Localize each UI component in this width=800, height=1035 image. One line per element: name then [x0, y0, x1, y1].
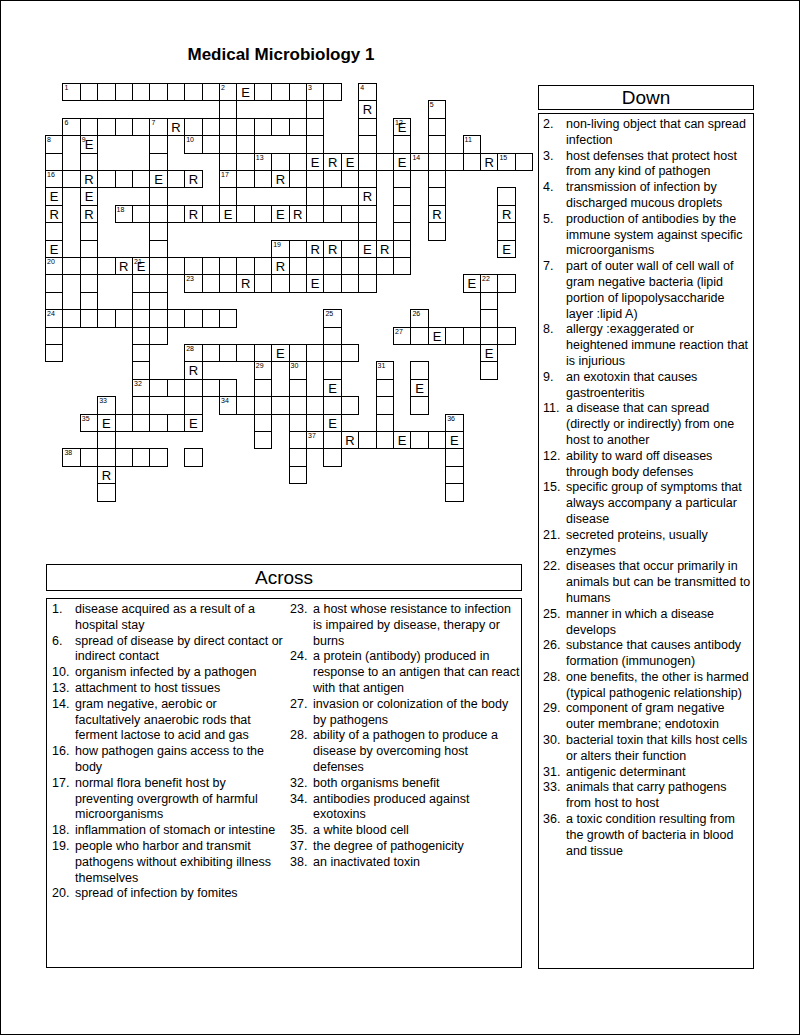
grid-cell[interactable]: 35	[80, 414, 98, 432]
grid-cell[interactable]	[132, 118, 150, 136]
grid-cell[interactable]	[115, 414, 133, 432]
grid-cell[interactable]	[341, 170, 359, 188]
grid-cell[interactable]	[306, 344, 324, 362]
grid-cell[interactable]	[219, 118, 237, 136]
grid-cell[interactable]: 38	[62, 448, 80, 466]
cell-letter: E	[411, 380, 427, 396]
grid-cell[interactable]: 22	[480, 274, 498, 292]
grid-cell[interactable]: R	[184, 170, 202, 188]
grid-cell[interactable]	[149, 448, 167, 466]
grid-cell[interactable]	[97, 431, 115, 449]
grid-cell[interactable]	[497, 187, 515, 205]
grid-cell[interactable]	[428, 187, 446, 205]
grid-cell[interactable]	[132, 414, 150, 432]
grid-cell[interactable]	[236, 344, 254, 362]
grid-cell[interactable]	[115, 448, 133, 466]
grid-cell[interactable]	[428, 222, 446, 240]
grid-cell[interactable]: 2	[219, 83, 237, 101]
grid-cell[interactable]	[410, 361, 428, 379]
grid-cell[interactable]: 36	[445, 414, 463, 432]
grid-cell[interactable]: R	[271, 257, 289, 275]
grid-cell[interactable]	[149, 205, 167, 223]
grid-cell[interactable]	[149, 187, 167, 205]
grid-cell[interactable]: E	[393, 431, 411, 449]
grid-cell[interactable]	[236, 257, 254, 275]
grid-cell[interactable]	[115, 170, 133, 188]
grid-cell[interactable]: E	[393, 153, 411, 171]
grid-cell[interactable]: E	[358, 240, 376, 258]
grid-cell[interactable]: R	[184, 361, 202, 379]
grid-cell[interactable]	[202, 309, 220, 327]
grid-cell[interactable]	[236, 205, 254, 223]
grid-cell[interactable]	[463, 153, 481, 171]
grid-cell[interactable]	[219, 187, 237, 205]
grid-cell[interactable]	[80, 153, 98, 171]
grid-cell[interactable]	[480, 292, 498, 310]
cell-letter: R	[429, 206, 445, 222]
grid-cell[interactable]	[149, 135, 167, 153]
grid-cell[interactable]	[149, 240, 167, 258]
grid-cell[interactable]: E	[463, 274, 481, 292]
grid-cell[interactable]: E	[323, 414, 341, 432]
grid-cell[interactable]	[97, 118, 115, 136]
grid-cell[interactable]	[445, 448, 463, 466]
grid-cell[interactable]	[80, 240, 98, 258]
grid-cell[interactable]	[132, 83, 150, 101]
grid-cell[interactable]	[289, 379, 307, 397]
grid-cell[interactable]: R	[97, 466, 115, 484]
grid-cell[interactable]	[393, 205, 411, 223]
clue-text: an exotoxin that causes gastroenteritis	[566, 370, 751, 402]
grid-cell[interactable]	[497, 222, 515, 240]
grid-cell[interactable]: 26	[410, 309, 428, 327]
grid-cell[interactable]	[341, 344, 359, 362]
grid-cell[interactable]	[358, 118, 376, 136]
grid-cell[interactable]	[323, 274, 341, 292]
grid-cell[interactable]	[184, 118, 202, 136]
grid-cell[interactable]	[323, 396, 341, 414]
grid-cell[interactable]: E9	[80, 135, 98, 153]
grid-cell[interactable]	[132, 448, 150, 466]
cell-letter: E	[446, 432, 462, 448]
grid-cell[interactable]	[358, 222, 376, 240]
grid-cell[interactable]: E	[236, 83, 254, 101]
grid-cell[interactable]	[132, 361, 150, 379]
grid-cell[interactable]: 6	[62, 118, 80, 136]
grid-cell[interactable]: 1	[62, 83, 80, 101]
grid-cell[interactable]: 18	[115, 205, 133, 223]
grid-cell[interactable]	[271, 274, 289, 292]
grid-cell[interactable]: 37	[306, 431, 324, 449]
grid-cell[interactable]	[132, 327, 150, 345]
grid-cell[interactable]	[219, 257, 237, 275]
grid-cell[interactable]: R	[271, 170, 289, 188]
grid-cell[interactable]	[341, 240, 359, 258]
grid-cell[interactable]	[167, 379, 185, 397]
grid-cell[interactable]	[202, 135, 220, 153]
grid-cell[interactable]	[219, 274, 237, 292]
grid-cell[interactable]	[323, 170, 341, 188]
grid-cell[interactable]	[323, 205, 341, 223]
grid-cell[interactable]: R	[497, 205, 515, 223]
grid-cell[interactable]: E	[410, 379, 428, 397]
grid-cell[interactable]	[149, 292, 167, 310]
grid-cell[interactable]: E	[480, 344, 498, 362]
grid-cell[interactable]	[289, 448, 307, 466]
grid-cell[interactable]	[289, 344, 307, 362]
grid-cell[interactable]: E	[497, 240, 515, 258]
grid-cell[interactable]	[323, 448, 341, 466]
grid-cell[interactable]	[97, 170, 115, 188]
grid-cell[interactable]: 32	[132, 379, 150, 397]
grid-cell[interactable]: R	[45, 205, 63, 223]
grid-cell[interactable]	[393, 257, 411, 275]
grid-cell[interactable]	[358, 170, 376, 188]
grid-cell[interactable]: E	[271, 344, 289, 362]
grid-cell[interactable]	[306, 396, 324, 414]
grid-cell[interactable]: 4	[358, 83, 376, 101]
grid-cell[interactable]	[306, 135, 324, 153]
grid-cell[interactable]	[202, 379, 220, 397]
grid-cell[interactable]	[115, 118, 133, 136]
grid-cell[interactable]	[184, 309, 202, 327]
grid-cell[interactable]	[149, 327, 167, 345]
grid-cell[interactable]	[254, 396, 272, 414]
across-clue: 16. how pathogen gains access to the bod…	[52, 744, 284, 776]
grid-cell[interactable]	[271, 83, 289, 101]
grid-cell[interactable]	[289, 170, 307, 188]
grid-cell[interactable]	[428, 153, 446, 171]
grid-cell[interactable]	[428, 170, 446, 188]
grid-cell[interactable]	[219, 153, 237, 171]
grid-cell[interactable]	[410, 396, 428, 414]
grid-cell[interactable]	[184, 379, 202, 397]
grid-cell[interactable]	[149, 309, 167, 327]
grid-cell[interactable]	[80, 309, 98, 327]
grid-cell[interactable]	[323, 344, 341, 362]
grid-cell[interactable]: 34	[219, 396, 237, 414]
grid-cell[interactable]	[236, 396, 254, 414]
grid-cell[interactable]: R	[80, 170, 98, 188]
grid-cell[interactable]	[115, 83, 133, 101]
grid-cell[interactable]	[341, 396, 359, 414]
grid-cell[interactable]	[306, 257, 324, 275]
grid-cell[interactable]: 28	[184, 344, 202, 362]
grid-cell[interactable]	[202, 257, 220, 275]
grid-cell[interactable]: R	[236, 274, 254, 292]
grid-cell[interactable]: E21	[132, 257, 150, 275]
grid-cell[interactable]	[306, 170, 324, 188]
grid-cell[interactable]	[62, 257, 80, 275]
grid-cell[interactable]	[497, 327, 515, 345]
grid-cell[interactable]	[202, 205, 220, 223]
grid-cell[interactable]	[341, 274, 359, 292]
grid-cell[interactable]: R	[184, 205, 202, 223]
grid-cell[interactable]	[80, 257, 98, 275]
grid-cell[interactable]	[97, 257, 115, 275]
grid-cell[interactable]	[358, 205, 376, 223]
grid-cell[interactable]	[463, 327, 481, 345]
grid-cell[interactable]	[202, 118, 220, 136]
grid-cell[interactable]	[341, 257, 359, 275]
grid-cell[interactable]	[80, 292, 98, 310]
grid-cell[interactable]	[149, 153, 167, 171]
grid-cell[interactable]	[254, 205, 272, 223]
grid-cell[interactable]	[132, 274, 150, 292]
grid-cell[interactable]	[202, 344, 220, 362]
grid-cell[interactable]	[219, 379, 237, 397]
grid-cell[interactable]	[306, 205, 324, 223]
grid-cell[interactable]	[289, 257, 307, 275]
grid-cell[interactable]: E	[306, 153, 324, 171]
grid-cell[interactable]	[219, 135, 237, 153]
grid-cell[interactable]	[219, 100, 237, 118]
grid-cell[interactable]	[167, 257, 185, 275]
grid-cell[interactable]: E	[445, 431, 463, 449]
grid-cell[interactable]: R	[376, 240, 394, 258]
grid-cell[interactable]: 3	[306, 83, 324, 101]
grid-cell[interactable]: E	[80, 187, 98, 205]
grid-cell[interactable]	[149, 379, 167, 397]
grid-cell[interactable]	[45, 292, 63, 310]
grid-cell[interactable]: 15	[497, 153, 515, 171]
grid-cell[interactable]	[393, 222, 411, 240]
grid-cell[interactable]	[254, 379, 272, 397]
grid-cell[interactable]	[132, 170, 150, 188]
grid-cell[interactable]	[132, 205, 150, 223]
grid-cell[interactable]	[80, 118, 98, 136]
grid-cell[interactable]	[45, 327, 63, 345]
grid-cell[interactable]: R	[341, 431, 359, 449]
grid-cell[interactable]	[497, 274, 515, 292]
grid-cell[interactable]	[45, 222, 63, 240]
grid-cell[interactable]	[480, 361, 498, 379]
grid-cell[interactable]: E	[45, 187, 63, 205]
grid-cell[interactable]: 30	[289, 361, 307, 379]
grid-cell[interactable]	[289, 431, 307, 449]
grid-cell[interactable]	[480, 327, 498, 345]
grid-cell[interactable]: E	[97, 414, 115, 432]
grid-cell[interactable]	[515, 153, 533, 171]
grid-cell[interactable]	[289, 153, 307, 171]
grid-cell[interactable]: E	[306, 274, 324, 292]
grid-cell[interactable]	[97, 448, 115, 466]
grid-cell[interactable]	[167, 83, 185, 101]
grid-cell[interactable]	[132, 396, 150, 414]
grid-cell[interactable]: E	[341, 153, 359, 171]
grid-cell[interactable]	[376, 431, 394, 449]
grid-cell[interactable]: 7	[149, 118, 167, 136]
grid-cell[interactable]	[80, 448, 98, 466]
grid-cell[interactable]	[428, 135, 446, 153]
grid-cell[interactable]	[271, 396, 289, 414]
clue-number: 8.	[543, 322, 566, 369]
grid-cell[interactable]	[323, 361, 341, 379]
grid-cell[interactable]	[149, 222, 167, 240]
grid-cell[interactable]	[271, 118, 289, 136]
grid-cell[interactable]: 19	[271, 240, 289, 258]
grid-cell[interactable]	[376, 414, 394, 432]
grid-cell[interactable]	[167, 414, 185, 432]
grid-cell[interactable]	[149, 257, 167, 275]
grid-cell[interactable]: R	[306, 240, 324, 258]
grid-cell[interactable]: 27	[393, 327, 411, 345]
grid-cell[interactable]	[323, 431, 341, 449]
grid-cell[interactable]	[445, 327, 463, 345]
grid-cell[interactable]	[376, 257, 394, 275]
grid-cell[interactable]	[410, 431, 428, 449]
grid-cell[interactable]	[289, 466, 307, 484]
grid-cell[interactable]	[445, 483, 463, 501]
grid-cell[interactable]	[132, 309, 150, 327]
grid-cell[interactable]	[236, 135, 254, 153]
grid-cell[interactable]	[306, 187, 324, 205]
grid-cell[interactable]	[271, 153, 289, 171]
grid-cell[interactable]	[167, 309, 185, 327]
grid-cell[interactable]	[97, 483, 115, 501]
grid-cell[interactable]: 25	[323, 309, 341, 327]
grid-cell[interactable]: R	[289, 205, 307, 223]
grid-cell[interactable]	[393, 187, 411, 205]
grid-cell[interactable]	[202, 274, 220, 292]
grid-cell[interactable]: 24	[45, 309, 63, 327]
grid-cell[interactable]	[45, 153, 63, 171]
grid-cell[interactable]	[149, 274, 167, 292]
grid-cell[interactable]	[376, 396, 394, 414]
grid-cell[interactable]: R	[358, 187, 376, 205]
grid-cell[interactable]	[358, 274, 376, 292]
grid-cell[interactable]: 11	[463, 135, 481, 153]
grid-cell[interactable]	[428, 118, 446, 136]
grid-cell[interactable]: 17	[219, 170, 237, 188]
grid-cell[interactable]	[149, 83, 167, 101]
grid-cell[interactable]	[306, 118, 324, 136]
grid-cell[interactable]	[410, 327, 428, 345]
grid-cell[interactable]: E	[323, 379, 341, 397]
grid-cell[interactable]: 5	[428, 100, 446, 118]
grid-cell[interactable]	[376, 379, 394, 397]
grid-cell[interactable]	[167, 170, 185, 188]
grid-cell[interactable]	[184, 257, 202, 275]
grid-cell[interactable]	[97, 83, 115, 101]
grid-cell[interactable]: R	[358, 100, 376, 118]
grid-cell[interactable]	[184, 396, 202, 414]
grid-cell[interactable]: 33	[97, 396, 115, 414]
grid-cell[interactable]: 10	[184, 135, 202, 153]
grid-cell[interactable]	[184, 83, 202, 101]
grid-cell[interactable]: 29	[254, 361, 272, 379]
grid-cell[interactable]	[289, 118, 307, 136]
grid-cell[interactable]	[445, 153, 463, 171]
grid-cell[interactable]	[254, 414, 272, 432]
grid-cell[interactable]	[289, 414, 307, 432]
grid-cell[interactable]: R	[428, 205, 446, 223]
grid-cell[interactable]	[236, 170, 254, 188]
grid-cell[interactable]: R	[80, 205, 98, 223]
grid-cell[interactable]: E	[149, 170, 167, 188]
grid-cell[interactable]	[306, 100, 324, 118]
grid-cell[interactable]	[97, 309, 115, 327]
grid-cell[interactable]	[254, 431, 272, 449]
grid-cell[interactable]	[202, 83, 220, 101]
grid-cell[interactable]: R	[323, 240, 341, 258]
grid-cell[interactable]	[358, 135, 376, 153]
grid-cell[interactable]	[62, 309, 80, 327]
grid-cell[interactable]	[254, 170, 272, 188]
grid-cell[interactable]: 13	[254, 153, 272, 171]
grid-cell[interactable]	[289, 396, 307, 414]
grid-cell[interactable]	[428, 431, 446, 449]
grid-cell[interactable]	[289, 274, 307, 292]
grid-cell[interactable]: R	[167, 118, 185, 136]
grid-cell[interactable]	[323, 257, 341, 275]
grid-cell[interactable]	[341, 205, 359, 223]
grid-cell[interactable]	[445, 466, 463, 484]
grid-cell[interactable]: 8	[45, 135, 63, 153]
grid-cell[interactable]	[254, 274, 272, 292]
grid-cell[interactable]: E	[219, 205, 237, 223]
grid-cell[interactable]	[289, 83, 307, 101]
grid-cell[interactable]: E	[45, 240, 63, 258]
grid-cell[interactable]	[80, 274, 98, 292]
grid-cell[interactable]: E12	[393, 118, 411, 136]
cell-letter: R	[377, 241, 393, 257]
grid-cell[interactable]	[149, 414, 167, 432]
grid-cell[interactable]	[393, 240, 411, 258]
grid-cell[interactable]	[80, 83, 98, 101]
grid-cell[interactable]: R	[115, 257, 133, 275]
grid-cell[interactable]	[254, 344, 272, 362]
grid-cell[interactable]: E	[271, 205, 289, 223]
grid-cell[interactable]	[45, 344, 63, 362]
grid-cell[interactable]	[480, 309, 498, 327]
grid-cell[interactable]: R	[480, 153, 498, 171]
grid-cell[interactable]: 16	[45, 170, 63, 188]
grid-cell[interactable]: E	[184, 414, 202, 432]
grid-cell[interactable]	[358, 153, 376, 171]
grid-cell[interactable]	[376, 153, 394, 171]
grid-cell[interactable]	[254, 83, 272, 101]
grid-cell[interactable]: 14	[410, 153, 428, 171]
grid-cell[interactable]	[393, 135, 411, 153]
grid-cell[interactable]	[132, 344, 150, 362]
grid-cell[interactable]: R	[323, 153, 341, 171]
grid-cell[interactable]	[115, 309, 133, 327]
grid-cell[interactable]: 31	[376, 361, 394, 379]
grid-cell[interactable]	[132, 292, 150, 310]
grid-cell[interactable]: E	[428, 327, 446, 345]
grid-cell[interactable]: 20	[45, 257, 63, 275]
grid-cell[interactable]	[236, 118, 254, 136]
grid-cell[interactable]: 23	[184, 274, 202, 292]
grid-cell[interactable]	[80, 222, 98, 240]
grid-cell[interactable]	[358, 257, 376, 275]
grid-cell[interactable]	[219, 309, 237, 327]
cell-letter: R	[116, 258, 132, 274]
grid-cell[interactable]	[254, 118, 272, 136]
grid-cell[interactable]	[323, 83, 341, 101]
grid-cell[interactable]	[45, 274, 63, 292]
grid-cell[interactable]	[254, 257, 272, 275]
grid-cell[interactable]	[393, 170, 411, 188]
grid-cell[interactable]	[323, 327, 341, 345]
grid-cell[interactable]	[184, 448, 202, 466]
grid-cell[interactable]	[358, 431, 376, 449]
grid-cell[interactable]	[167, 205, 185, 223]
grid-cell[interactable]	[289, 240, 307, 258]
grid-cell[interactable]	[219, 344, 237, 362]
grid-cell[interactable]	[62, 170, 80, 188]
